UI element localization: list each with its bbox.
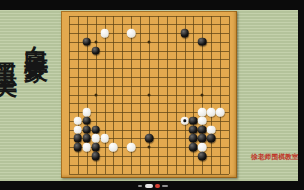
top-letterbox-bar <box>0 0 304 10</box>
stone-white <box>109 143 118 152</box>
grid-line-vertical <box>185 16 186 174</box>
last-move-marker <box>183 119 186 122</box>
stone-white <box>100 29 109 38</box>
stone-black <box>91 46 100 55</box>
stone-black <box>82 117 91 126</box>
hoshi-point <box>148 146 151 149</box>
stone-white-marked <box>180 117 189 126</box>
stone-white <box>207 108 216 117</box>
stone-black <box>74 134 83 143</box>
grid-line-vertical <box>229 16 230 174</box>
stone-white <box>127 29 136 38</box>
grid-line-horizontal <box>69 174 229 175</box>
grid-line-vertical <box>158 16 159 174</box>
grid-line-vertical <box>167 16 168 174</box>
hoshi-point <box>94 93 97 96</box>
record-dot-icon <box>155 184 160 189</box>
grid-line-vertical <box>176 16 177 174</box>
hoshi-point <box>148 93 151 96</box>
stone-white <box>207 125 216 134</box>
right-letterbox-bar <box>298 0 304 190</box>
stone-white <box>198 143 207 152</box>
watermark-text: 徐老师围棋教室 <box>251 152 299 162</box>
player-dash-icon <box>138 185 142 187</box>
stone-black <box>91 125 100 134</box>
stone-white <box>100 134 109 143</box>
grid-line-horizontal <box>69 103 229 104</box>
black-player-column: 黑王星昊 <box>0 43 17 59</box>
grid-line-vertical <box>211 16 212 174</box>
player-controls[interactable] <box>136 181 172 190</box>
stone-black <box>198 134 207 143</box>
player-toggle-pill[interactable] <box>145 184 153 189</box>
stone-white <box>74 125 83 134</box>
grid-line-horizontal <box>69 165 229 166</box>
stone-black <box>145 134 154 143</box>
stone-black <box>189 117 198 126</box>
hoshi-point <box>201 93 204 96</box>
go-board[interactable] <box>61 11 237 178</box>
stone-black <box>91 143 100 152</box>
grid-line-vertical <box>220 16 221 174</box>
stone-white <box>74 117 83 126</box>
hoshi-point <box>148 40 151 43</box>
stone-white <box>82 143 91 152</box>
white-player-column: 白辜梓豪 <box>24 27 48 43</box>
stone-black <box>189 125 198 134</box>
stone-black <box>82 125 91 134</box>
stone-black <box>91 152 100 161</box>
stone-black <box>189 143 198 152</box>
stone-white <box>91 134 100 143</box>
video-frame[interactable]: 白辜梓豪 黑王星昊 徐老师围棋教室 <box>0 0 304 190</box>
stone-black <box>82 38 91 47</box>
stone-black <box>82 134 91 143</box>
stone-black <box>198 152 207 161</box>
stone-black <box>74 143 83 152</box>
stone-white <box>127 143 136 152</box>
hoshi-point <box>94 40 97 43</box>
stone-black <box>180 29 189 38</box>
stone-white <box>216 108 225 117</box>
stone-black <box>198 125 207 134</box>
stone-white <box>198 117 207 126</box>
stone-white <box>198 108 207 117</box>
stone-white <box>82 108 91 117</box>
stone-black <box>189 134 198 143</box>
stone-black <box>198 38 207 47</box>
player-dash-icon <box>162 185 168 187</box>
stone-black <box>207 134 216 143</box>
tatami-background: 白辜梓豪 黑王星昊 徐老师围棋教室 <box>0 10 298 181</box>
